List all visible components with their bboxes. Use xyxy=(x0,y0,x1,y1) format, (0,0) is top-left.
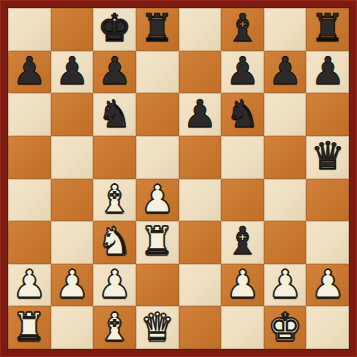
square-d2[interactable] xyxy=(136,264,179,307)
square-d4[interactable]: ♟ xyxy=(136,179,179,222)
square-d1[interactable]: ♛ xyxy=(136,306,179,349)
square-d7[interactable] xyxy=(136,51,179,94)
square-d5[interactable] xyxy=(136,136,179,179)
square-f7[interactable]: ♟ xyxy=(221,51,264,94)
piece-black-king: ♚ xyxy=(98,9,132,47)
square-b5[interactable] xyxy=(51,136,94,179)
piece-black-pawn: ♟ xyxy=(311,52,345,90)
square-f5[interactable] xyxy=(221,136,264,179)
piece-black-pawn: ♟ xyxy=(225,52,259,90)
square-g2[interactable]: ♟ xyxy=(264,264,307,307)
square-e3[interactable] xyxy=(179,221,222,264)
square-c2[interactable]: ♟ xyxy=(93,264,136,307)
square-c5[interactable] xyxy=(93,136,136,179)
piece-white-pawn: ♟ xyxy=(311,265,345,303)
piece-black-knight: ♞ xyxy=(98,95,132,133)
square-f4[interactable] xyxy=(221,179,264,222)
piece-black-pawn: ♟ xyxy=(183,95,217,133)
square-c8[interactable]: ♚ xyxy=(93,8,136,51)
square-b8[interactable] xyxy=(51,8,94,51)
square-h8[interactable]: ♜ xyxy=(306,8,349,51)
piece-white-pawn: ♟ xyxy=(55,265,89,303)
piece-white-pawn: ♟ xyxy=(225,265,259,303)
square-c4[interactable]: ♝ xyxy=(93,179,136,222)
square-h1[interactable] xyxy=(306,306,349,349)
piece-white-pawn: ♟ xyxy=(140,180,174,218)
square-h5[interactable]: ♛ xyxy=(306,136,349,179)
square-a8[interactable] xyxy=(8,8,51,51)
square-g3[interactable] xyxy=(264,221,307,264)
piece-black-rook: ♜ xyxy=(311,9,345,47)
square-f1[interactable] xyxy=(221,306,264,349)
square-b6[interactable] xyxy=(51,93,94,136)
square-f2[interactable]: ♟ xyxy=(221,264,264,307)
square-a6[interactable] xyxy=(8,93,51,136)
piece-black-rook: ♜ xyxy=(140,9,174,47)
square-h4[interactable] xyxy=(306,179,349,222)
square-e6[interactable]: ♟ xyxy=(179,93,222,136)
square-g8[interactable] xyxy=(264,8,307,51)
square-a4[interactable] xyxy=(8,179,51,222)
square-g1[interactable]: ♚ xyxy=(264,306,307,349)
square-e5[interactable] xyxy=(179,136,222,179)
square-d3[interactable]: ♜ xyxy=(136,221,179,264)
square-g7[interactable]: ♟ xyxy=(264,51,307,94)
square-c7[interactable]: ♟ xyxy=(93,51,136,94)
piece-white-bishop: ♝ xyxy=(98,308,132,346)
square-c1[interactable]: ♝ xyxy=(93,306,136,349)
piece-white-pawn: ♟ xyxy=(268,265,302,303)
square-e2[interactable] xyxy=(179,264,222,307)
piece-white-rook: ♜ xyxy=(140,222,174,260)
square-a3[interactable] xyxy=(8,221,51,264)
piece-white-queen: ♛ xyxy=(140,308,174,346)
square-e1[interactable] xyxy=(179,306,222,349)
square-d8[interactable]: ♜ xyxy=(136,8,179,51)
square-h2[interactable]: ♟ xyxy=(306,264,349,307)
square-g6[interactable] xyxy=(264,93,307,136)
piece-white-bishop: ♝ xyxy=(98,180,132,218)
chess-board: ♚♜♝♜♟♟♟♟♟♟♞♟♞♛♝♟♞♜♝♟♟♟♟♟♟♜♝♛♚ xyxy=(8,8,349,349)
piece-black-pawn: ♟ xyxy=(12,52,46,90)
piece-black-bishop: ♝ xyxy=(225,9,259,47)
square-d6[interactable] xyxy=(136,93,179,136)
square-g4[interactable] xyxy=(264,179,307,222)
square-b2[interactable]: ♟ xyxy=(51,264,94,307)
square-f3[interactable]: ♝ xyxy=(221,221,264,264)
square-c6[interactable]: ♞ xyxy=(93,93,136,136)
square-e4[interactable] xyxy=(179,179,222,222)
piece-black-pawn: ♟ xyxy=(98,52,132,90)
square-b1[interactable] xyxy=(51,306,94,349)
piece-white-knight: ♞ xyxy=(98,222,132,260)
square-f6[interactable]: ♞ xyxy=(221,93,264,136)
square-a2[interactable]: ♟ xyxy=(8,264,51,307)
piece-white-pawn: ♟ xyxy=(12,265,46,303)
square-c3[interactable]: ♞ xyxy=(93,221,136,264)
square-h6[interactable] xyxy=(306,93,349,136)
piece-white-king: ♚ xyxy=(268,308,302,346)
square-f8[interactable]: ♝ xyxy=(221,8,264,51)
square-a5[interactable] xyxy=(8,136,51,179)
piece-black-pawn: ♟ xyxy=(268,52,302,90)
square-e7[interactable] xyxy=(179,51,222,94)
piece-black-bishop: ♝ xyxy=(225,222,259,260)
square-a7[interactable]: ♟ xyxy=(8,51,51,94)
square-h3[interactable] xyxy=(306,221,349,264)
square-b3[interactable] xyxy=(51,221,94,264)
square-b7[interactable]: ♟ xyxy=(51,51,94,94)
square-h7[interactable]: ♟ xyxy=(306,51,349,94)
square-b4[interactable] xyxy=(51,179,94,222)
square-a1[interactable]: ♜ xyxy=(8,306,51,349)
piece-white-pawn: ♟ xyxy=(98,265,132,303)
piece-white-rook: ♜ xyxy=(12,308,46,346)
square-e8[interactable] xyxy=(179,8,222,51)
piece-black-knight: ♞ xyxy=(225,95,259,133)
piece-black-queen: ♛ xyxy=(311,137,345,175)
chess-board-frame: ♚♜♝♜♟♟♟♟♟♟♞♟♞♛♝♟♞♜♝♟♟♟♟♟♟♜♝♛♚ xyxy=(0,0,357,357)
square-g5[interactable] xyxy=(264,136,307,179)
piece-black-pawn: ♟ xyxy=(55,52,89,90)
